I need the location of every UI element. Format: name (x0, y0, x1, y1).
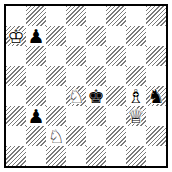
black-pawn-glyph-fill: ♟ (26, 26, 46, 46)
square-f7[interactable] (106, 26, 126, 46)
square-f1[interactable] (106, 146, 126, 166)
board-frame: ♚♔♟♞♘♚♝♗♞♟♛♕♞♘ (4, 4, 168, 168)
square-f5[interactable] (106, 66, 126, 86)
square-h2[interactable] (146, 126, 166, 146)
square-g7[interactable] (126, 26, 146, 46)
square-a4[interactable] (6, 86, 26, 106)
black-king-glyph-fill: ♚ (86, 86, 106, 106)
square-e5[interactable] (86, 66, 106, 86)
square-d5[interactable] (66, 66, 86, 86)
square-c2[interactable]: ♞♘ (46, 126, 66, 146)
square-f2[interactable] (106, 126, 126, 146)
square-e1[interactable] (86, 146, 106, 166)
square-c6[interactable] (46, 46, 66, 66)
square-b5[interactable] (26, 66, 46, 86)
white-knight-glyph-outline: ♘ (66, 86, 86, 106)
piece-black-pawn[interactable]: ♟ (26, 26, 46, 46)
square-g5[interactable] (126, 66, 146, 86)
square-h7[interactable] (146, 26, 166, 46)
square-b1[interactable] (26, 146, 46, 166)
black-knight-glyph-fill: ♞ (146, 86, 166, 106)
square-h3[interactable] (146, 106, 166, 126)
square-d4[interactable]: ♞♘ (66, 86, 86, 106)
square-f3[interactable] (106, 106, 126, 126)
square-f8[interactable] (106, 6, 126, 26)
square-e4[interactable]: ♚ (86, 86, 106, 106)
square-f6[interactable] (106, 46, 126, 66)
square-d6[interactable] (66, 46, 86, 66)
white-king-glyph-outline: ♔ (6, 26, 26, 46)
chess-diagram: ♚♔♟♞♘♚♝♗♞♟♛♕♞♘ (0, 0, 172, 172)
square-a8[interactable] (6, 6, 26, 26)
square-c3[interactable] (46, 106, 66, 126)
square-b6[interactable] (26, 46, 46, 66)
square-d2[interactable] (66, 126, 86, 146)
piece-black-king[interactable]: ♚ (86, 86, 106, 106)
piece-white-bishop[interactable]: ♝♗ (126, 86, 146, 106)
piece-white-knight[interactable]: ♞♘ (46, 126, 66, 146)
square-d8[interactable] (66, 6, 86, 26)
square-g6[interactable] (126, 46, 146, 66)
piece-white-queen[interactable]: ♛♕ (126, 106, 146, 126)
square-f4[interactable] (106, 86, 126, 106)
square-h4[interactable]: ♞ (146, 86, 166, 106)
square-b3[interactable]: ♟ (26, 106, 46, 126)
square-c8[interactable] (46, 6, 66, 26)
square-g4[interactable]: ♝♗ (126, 86, 146, 106)
square-e6[interactable] (86, 46, 106, 66)
square-g1[interactable] (126, 146, 146, 166)
square-b8[interactable] (26, 6, 46, 26)
square-g8[interactable] (126, 6, 146, 26)
square-b2[interactable] (26, 126, 46, 146)
square-d1[interactable] (66, 146, 86, 166)
square-a6[interactable] (6, 46, 26, 66)
square-c1[interactable] (46, 146, 66, 166)
square-h8[interactable] (146, 6, 166, 26)
white-queen-glyph-outline: ♕ (126, 106, 146, 126)
square-b7[interactable]: ♟ (26, 26, 46, 46)
square-h5[interactable] (146, 66, 166, 86)
white-knight-glyph-outline: ♘ (46, 126, 66, 146)
square-g3[interactable]: ♛♕ (126, 106, 146, 126)
piece-white-king[interactable]: ♚♔ (6, 26, 26, 46)
square-a5[interactable] (6, 66, 26, 86)
square-a7[interactable]: ♚♔ (6, 26, 26, 46)
piece-white-knight[interactable]: ♞♘ (66, 86, 86, 106)
piece-black-pawn[interactable]: ♟ (26, 106, 46, 126)
square-c4[interactable] (46, 86, 66, 106)
square-d7[interactable] (66, 26, 86, 46)
square-e3[interactable] (86, 106, 106, 126)
square-a3[interactable] (6, 106, 26, 126)
square-d3[interactable] (66, 106, 86, 126)
square-b4[interactable] (26, 86, 46, 106)
square-a1[interactable] (6, 146, 26, 166)
square-e2[interactable] (86, 126, 106, 146)
square-c5[interactable] (46, 66, 66, 86)
piece-black-knight[interactable]: ♞ (146, 86, 166, 106)
square-c7[interactable] (46, 26, 66, 46)
square-g2[interactable] (126, 126, 146, 146)
square-h1[interactable] (146, 146, 166, 166)
white-bishop-glyph-outline: ♗ (126, 86, 146, 106)
chess-board: ♚♔♟♞♘♚♝♗♞♟♛♕♞♘ (6, 6, 166, 166)
square-h6[interactable] (146, 46, 166, 66)
square-e8[interactable] (86, 6, 106, 26)
black-pawn-glyph-fill: ♟ (26, 106, 46, 126)
square-a2[interactable] (6, 126, 26, 146)
square-e7[interactable] (86, 26, 106, 46)
